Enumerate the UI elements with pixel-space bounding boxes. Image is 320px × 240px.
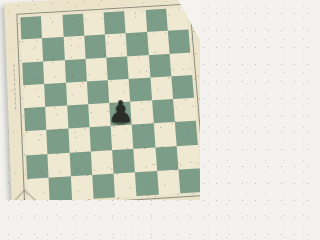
board-square[interactable] [132, 124, 155, 149]
board-square[interactable] [87, 80, 110, 104]
board-square[interactable] [48, 152, 71, 177]
board-square[interactable] [67, 104, 90, 129]
board-square[interactable] [47, 129, 70, 154]
board-square[interactable] [105, 33, 127, 57]
board-square[interactable] [171, 75, 194, 99]
board-square[interactable] [89, 126, 112, 151]
board-square[interactable] [168, 30, 191, 54]
board-square[interactable] [24, 107, 46, 132]
board-square[interactable] [106, 56, 129, 80]
board-square[interactable] [64, 58, 86, 82]
board-square[interactable] [25, 130, 47, 155]
board: ♟ [20, 7, 200, 200]
board-square[interactable]: ♟ [109, 102, 132, 127]
board-square[interactable] [91, 150, 114, 175]
board-square[interactable] [68, 127, 91, 152]
board-square[interactable] [62, 14, 84, 38]
board-square[interactable] [148, 53, 171, 77]
board-square[interactable] [63, 36, 85, 60]
board-square[interactable] [92, 173, 115, 198]
board-square[interactable] [135, 171, 158, 196]
board-square[interactable] [155, 146, 178, 171]
board-square[interactable] [176, 144, 199, 169]
board-square[interactable] [44, 82, 66, 106]
board-square[interactable] [66, 81, 88, 105]
board-square[interactable] [70, 175, 93, 200]
board-square[interactable] [20, 16, 42, 40]
board-square[interactable] [23, 84, 45, 108]
board-square[interactable] [152, 99, 175, 123]
maker-mark-icon: ✦ [20, 197, 28, 200]
board-square[interactable] [127, 55, 150, 79]
photo-background: { "game": "chess", "board": { "rows": 8,… [0, 0, 200, 200]
board-square[interactable] [85, 57, 107, 81]
board-square[interactable] [49, 176, 72, 200]
board-square[interactable] [175, 121, 198, 146]
board-square[interactable] [157, 169, 180, 194]
board-square[interactable] [169, 52, 192, 76]
board-square[interactable] [112, 148, 135, 173]
board-square[interactable] [26, 154, 49, 179]
board-square[interactable] [83, 12, 105, 36]
board-square[interactable] [43, 60, 65, 84]
board-square[interactable] [114, 172, 137, 197]
board-square[interactable] [22, 61, 44, 85]
board-square[interactable] [69, 151, 92, 176]
board-square[interactable] [84, 35, 106, 59]
board-square[interactable] [173, 98, 196, 122]
board-square[interactable] [21, 38, 43, 62]
board-mat: ♟ ✦ [4, 0, 200, 200]
border-marking [13, 64, 16, 109]
board-square[interactable] [41, 15, 63, 39]
board-square[interactable] [45, 106, 67, 131]
board-square[interactable] [124, 10, 146, 33]
board-square[interactable] [147, 31, 170, 55]
board-square[interactable] [104, 11, 126, 35]
board-square[interactable] [145, 9, 167, 32]
board-square[interactable] [126, 32, 148, 56]
board-square[interactable] [42, 37, 64, 61]
board-square[interactable] [150, 76, 173, 100]
board-square[interactable] [134, 147, 157, 172]
board-square[interactable] [178, 168, 200, 193]
black-pawn[interactable]: ♟ [107, 97, 134, 127]
board-square[interactable] [153, 122, 176, 147]
